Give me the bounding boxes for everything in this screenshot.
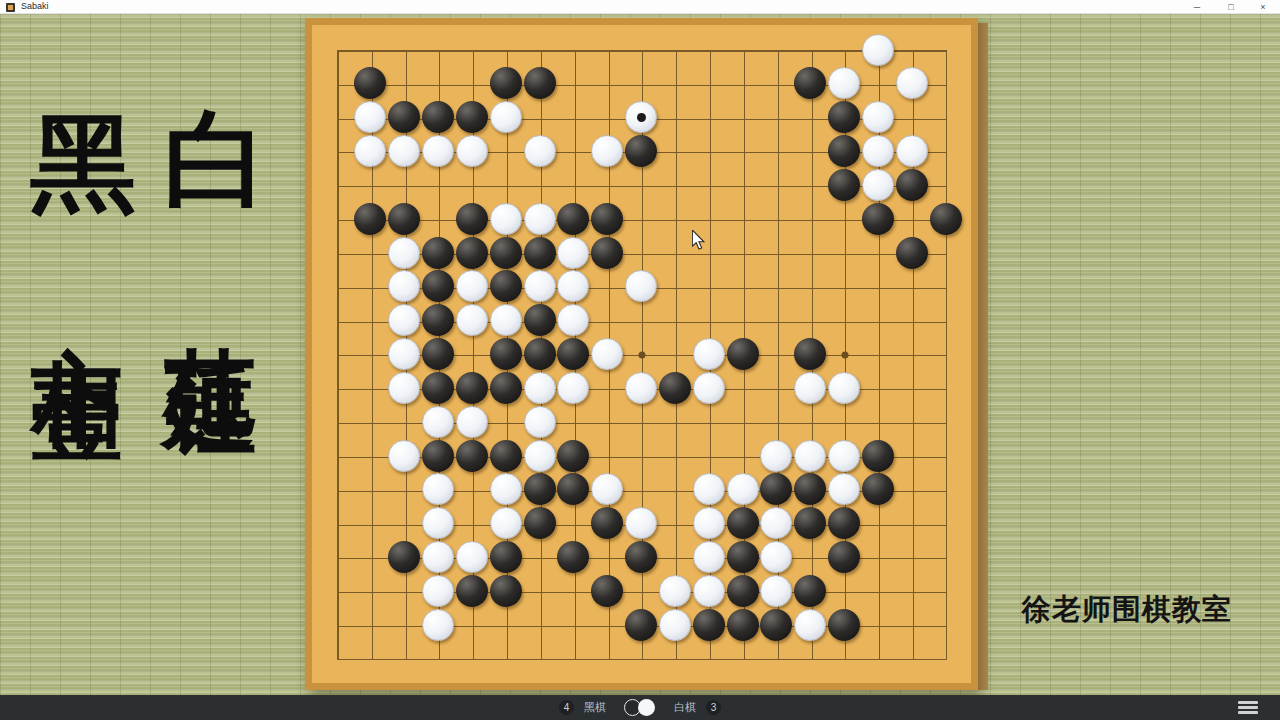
board-cell[interactable] <box>387 439 421 473</box>
board-cell[interactable] <box>624 540 658 574</box>
board-cell[interactable] <box>590 33 624 67</box>
board-cell[interactable] <box>692 337 726 371</box>
board-cell[interactable] <box>692 168 726 202</box>
board-cell[interactable] <box>726 506 760 540</box>
board-cell[interactable] <box>759 506 793 540</box>
board-cell[interactable] <box>489 405 523 439</box>
board-cell[interactable] <box>421 168 455 202</box>
board-cell[interactable] <box>827 472 861 506</box>
board-cell[interactable] <box>861 642 895 676</box>
board-cell[interactable] <box>590 642 624 676</box>
board-cell[interactable] <box>455 608 489 642</box>
board-cell[interactable] <box>523 269 557 303</box>
board-cell[interactable] <box>624 303 658 337</box>
board-cell[interactable] <box>895 574 929 608</box>
board-cell[interactable] <box>421 405 455 439</box>
board-cell[interactable] <box>759 100 793 134</box>
board-cell[interactable] <box>523 33 557 67</box>
board-cell[interactable] <box>759 540 793 574</box>
board-cell[interactable] <box>895 337 929 371</box>
board-cell[interactable] <box>929 371 963 405</box>
board-cell[interactable] <box>793 269 827 303</box>
board-cell[interactable] <box>421 134 455 168</box>
board-cell[interactable] <box>489 100 523 134</box>
board-cell[interactable] <box>658 608 692 642</box>
board-cell[interactable] <box>523 439 557 473</box>
board-cell[interactable] <box>455 134 489 168</box>
board-cell[interactable] <box>759 269 793 303</box>
board-cell[interactable] <box>692 439 726 473</box>
board-cell[interactable] <box>590 472 624 506</box>
board-cell[interactable] <box>421 303 455 337</box>
board-cell[interactable] <box>692 67 726 101</box>
board-cell[interactable] <box>387 337 421 371</box>
board-cell[interactable] <box>387 506 421 540</box>
board-cell[interactable] <box>624 371 658 405</box>
board-cell[interactable] <box>658 134 692 168</box>
board-cell[interactable] <box>624 269 658 303</box>
board-cell[interactable] <box>726 439 760 473</box>
board-cell[interactable] <box>861 405 895 439</box>
board-cell[interactable] <box>692 371 726 405</box>
board-cell[interactable] <box>455 371 489 405</box>
board-cell[interactable] <box>523 574 557 608</box>
board-cell[interactable] <box>455 405 489 439</box>
board-cell[interactable] <box>827 269 861 303</box>
board-cell[interactable] <box>895 168 929 202</box>
board-cell[interactable] <box>523 100 557 134</box>
board-cell[interactable] <box>861 33 895 67</box>
board-cell[interactable] <box>759 472 793 506</box>
board-cell[interactable] <box>929 337 963 371</box>
board-cell[interactable] <box>354 67 388 101</box>
board-cell[interactable] <box>320 337 354 371</box>
board-cell[interactable] <box>827 236 861 270</box>
board-cell[interactable] <box>827 100 861 134</box>
board-cell[interactable] <box>523 540 557 574</box>
board-cell[interactable] <box>489 236 523 270</box>
board-cell[interactable] <box>895 134 929 168</box>
board-cell[interactable] <box>929 100 963 134</box>
board-cell[interactable] <box>320 202 354 236</box>
board-cell[interactable] <box>421 100 455 134</box>
board-cell[interactable] <box>523 67 557 101</box>
board-cell[interactable] <box>827 337 861 371</box>
board-cell[interactable] <box>590 540 624 574</box>
board-cell[interactable] <box>320 574 354 608</box>
board-cell[interactable] <box>861 269 895 303</box>
board-cell[interactable] <box>624 472 658 506</box>
board-cell[interactable] <box>658 506 692 540</box>
board-cell[interactable] <box>354 236 388 270</box>
board-cell[interactable] <box>387 405 421 439</box>
board-cell[interactable] <box>556 405 590 439</box>
board-cell[interactable] <box>793 371 827 405</box>
board-cell[interactable] <box>421 371 455 405</box>
board-cell[interactable] <box>861 506 895 540</box>
board-cell[interactable] <box>658 100 692 134</box>
board-cell[interactable] <box>658 202 692 236</box>
board-cell[interactable] <box>658 574 692 608</box>
board-cell[interactable] <box>929 269 963 303</box>
board-cell[interactable] <box>726 337 760 371</box>
board-cell[interactable] <box>827 608 861 642</box>
board-cell[interactable] <box>759 642 793 676</box>
board-cell[interactable] <box>421 608 455 642</box>
board-cell[interactable] <box>556 100 590 134</box>
board-cell[interactable] <box>624 67 658 101</box>
board-cell[interactable] <box>692 472 726 506</box>
board-cell[interactable] <box>590 168 624 202</box>
board-cell[interactable] <box>895 33 929 67</box>
board-cell[interactable] <box>895 269 929 303</box>
board-cell[interactable] <box>624 337 658 371</box>
board-cell[interactable] <box>387 608 421 642</box>
board-cell[interactable] <box>861 303 895 337</box>
board-cell[interactable] <box>421 33 455 67</box>
minimize-button[interactable]: ─ <box>1186 0 1208 14</box>
board-cell[interactable] <box>320 67 354 101</box>
board-cell[interactable] <box>590 67 624 101</box>
board-cell[interactable] <box>929 608 963 642</box>
board-cell[interactable] <box>793 202 827 236</box>
board-cell[interactable] <box>320 168 354 202</box>
board-cell[interactable] <box>354 337 388 371</box>
board-cell[interactable] <box>354 168 388 202</box>
board-cell[interactable] <box>726 540 760 574</box>
board-cell[interactable] <box>590 236 624 270</box>
board-cell[interactable] <box>895 472 929 506</box>
board-cell[interactable] <box>861 574 895 608</box>
board-cell[interactable] <box>726 168 760 202</box>
board-cell[interactable] <box>929 134 963 168</box>
board-cell[interactable] <box>421 642 455 676</box>
board-cell[interactable] <box>489 371 523 405</box>
board-cell[interactable] <box>759 168 793 202</box>
board-cell[interactable] <box>793 337 827 371</box>
board-cell[interactable] <box>590 405 624 439</box>
board-cell[interactable] <box>421 67 455 101</box>
board-cell[interactable] <box>556 574 590 608</box>
board-cell[interactable] <box>387 303 421 337</box>
board-cell[interactable] <box>590 574 624 608</box>
board-cell[interactable] <box>387 202 421 236</box>
board-cell[interactable] <box>455 100 489 134</box>
board-cell[interactable] <box>624 33 658 67</box>
board-cell[interactable] <box>354 472 388 506</box>
board-cell[interactable] <box>590 303 624 337</box>
board-cell[interactable] <box>929 33 963 67</box>
board-cell[interactable] <box>421 236 455 270</box>
turn-toggle[interactable] <box>624 699 656 716</box>
board-cell[interactable] <box>692 100 726 134</box>
board-cell[interactable] <box>523 371 557 405</box>
board-cell[interactable] <box>929 472 963 506</box>
board-cell[interactable] <box>827 134 861 168</box>
board-cell[interactable] <box>590 371 624 405</box>
board-cell[interactable] <box>455 574 489 608</box>
board-cell[interactable] <box>658 439 692 473</box>
board-cell[interactable] <box>929 202 963 236</box>
board-cell[interactable] <box>455 540 489 574</box>
board-cell[interactable] <box>489 574 523 608</box>
board-cell[interactable] <box>624 506 658 540</box>
board-cell[interactable] <box>895 303 929 337</box>
board-cell[interactable] <box>624 100 658 134</box>
board-cell[interactable] <box>827 506 861 540</box>
board-cell[interactable] <box>692 269 726 303</box>
board-cell[interactable] <box>929 540 963 574</box>
board-cell[interactable] <box>455 472 489 506</box>
board-cell[interactable] <box>658 540 692 574</box>
board-cell[interactable] <box>929 67 963 101</box>
board-cell[interactable] <box>421 540 455 574</box>
board-cell[interactable] <box>489 439 523 473</box>
board-cell[interactable] <box>387 574 421 608</box>
board-cell[interactable] <box>726 100 760 134</box>
board-cell[interactable] <box>726 33 760 67</box>
board-cell[interactable] <box>489 33 523 67</box>
board-cell[interactable] <box>726 371 760 405</box>
board-cell[interactable] <box>827 439 861 473</box>
board-cell[interactable] <box>692 608 726 642</box>
board-cell[interactable] <box>624 608 658 642</box>
board-cell[interactable] <box>523 405 557 439</box>
board-cell[interactable] <box>658 405 692 439</box>
board-cell[interactable] <box>726 303 760 337</box>
board-cell[interactable] <box>861 472 895 506</box>
board-cell[interactable] <box>658 67 692 101</box>
board-cell[interactable] <box>929 439 963 473</box>
board-cell[interactable] <box>658 269 692 303</box>
close-button[interactable]: × <box>1252 0 1274 14</box>
board-cell[interactable] <box>489 269 523 303</box>
board-cell[interactable] <box>895 236 929 270</box>
board-cell[interactable] <box>387 33 421 67</box>
board-cell[interactable] <box>827 405 861 439</box>
board-cell[interactable] <box>895 506 929 540</box>
board-cell[interactable] <box>726 608 760 642</box>
board-cell[interactable] <box>692 540 726 574</box>
board-cell[interactable] <box>759 337 793 371</box>
board-cell[interactable] <box>759 405 793 439</box>
board-cell[interactable] <box>556 67 590 101</box>
board-cell[interactable] <box>556 439 590 473</box>
board-cell[interactable] <box>590 439 624 473</box>
board-cell[interactable] <box>759 439 793 473</box>
board-cell[interactable] <box>320 100 354 134</box>
board-cell[interactable] <box>726 269 760 303</box>
board-cell[interactable] <box>523 303 557 337</box>
go-board[interactable] <box>305 18 978 690</box>
board-cell[interactable] <box>692 134 726 168</box>
board-cell[interactable] <box>590 100 624 134</box>
board-cell[interactable] <box>320 439 354 473</box>
board-cell[interactable] <box>861 371 895 405</box>
board-cell[interactable] <box>861 439 895 473</box>
board-cell[interactable] <box>793 134 827 168</box>
board-cell[interactable] <box>320 269 354 303</box>
board-cell[interactable] <box>387 540 421 574</box>
board-cell[interactable] <box>489 472 523 506</box>
board-cell[interactable] <box>455 337 489 371</box>
board-cell[interactable] <box>354 134 388 168</box>
board-cell[interactable] <box>421 337 455 371</box>
maximize-button[interactable]: □ <box>1220 0 1242 14</box>
board-cell[interactable] <box>658 303 692 337</box>
board-cell[interactable] <box>320 33 354 67</box>
board-cell[interactable] <box>861 540 895 574</box>
board-cell[interactable] <box>793 540 827 574</box>
board-cell[interactable] <box>320 540 354 574</box>
board-cell[interactable] <box>759 574 793 608</box>
board-cell[interactable] <box>523 337 557 371</box>
board-cell[interactable] <box>861 236 895 270</box>
board-cell[interactable] <box>827 33 861 67</box>
board-cell[interactable] <box>861 608 895 642</box>
board-cell[interactable] <box>354 574 388 608</box>
board-cell[interactable] <box>793 67 827 101</box>
board-cell[interactable] <box>523 642 557 676</box>
board-cell[interactable] <box>455 236 489 270</box>
board-cell[interactable] <box>929 642 963 676</box>
board-cell[interactable] <box>827 574 861 608</box>
board-cell[interactable] <box>827 303 861 337</box>
board-cell[interactable] <box>320 506 354 540</box>
board-cell[interactable] <box>827 202 861 236</box>
board-cell[interactable] <box>793 608 827 642</box>
board-cell[interactable] <box>658 371 692 405</box>
board-cell[interactable] <box>387 100 421 134</box>
board-cell[interactable] <box>624 236 658 270</box>
board-cell[interactable] <box>556 371 590 405</box>
board-cell[interactable] <box>556 202 590 236</box>
board-cell[interactable] <box>556 269 590 303</box>
board-cell[interactable] <box>658 236 692 270</box>
board-cell[interactable] <box>354 371 388 405</box>
board-cell[interactable] <box>523 202 557 236</box>
board-cell[interactable] <box>692 303 726 337</box>
board-cell[interactable] <box>624 642 658 676</box>
board-cell[interactable] <box>726 472 760 506</box>
board-cell[interactable] <box>556 236 590 270</box>
board-cell[interactable] <box>489 168 523 202</box>
board-cell[interactable] <box>929 168 963 202</box>
board-cell[interactable] <box>895 67 929 101</box>
board-cell[interactable] <box>590 337 624 371</box>
board-cell[interactable] <box>320 134 354 168</box>
board-cell[interactable] <box>455 202 489 236</box>
board-cell[interactable] <box>523 608 557 642</box>
board-cell[interactable] <box>692 405 726 439</box>
board-cell[interactable] <box>421 506 455 540</box>
board-cell[interactable] <box>726 574 760 608</box>
board-cell[interactable] <box>489 337 523 371</box>
board-cell[interactable] <box>320 642 354 676</box>
board-cell[interactable] <box>658 472 692 506</box>
board-cell[interactable] <box>421 202 455 236</box>
board-cell[interactable] <box>929 574 963 608</box>
board-cell[interactable] <box>387 134 421 168</box>
board-cell[interactable] <box>387 472 421 506</box>
board-cell[interactable] <box>726 236 760 270</box>
board-cell[interactable] <box>556 33 590 67</box>
board-cell[interactable] <box>556 303 590 337</box>
board-cell[interactable] <box>793 574 827 608</box>
board-cell[interactable] <box>590 134 624 168</box>
board-cell[interactable] <box>455 33 489 67</box>
board-cell[interactable] <box>726 642 760 676</box>
board-cell[interactable] <box>624 405 658 439</box>
board-cell[interactable] <box>692 574 726 608</box>
board-cell[interactable] <box>793 642 827 676</box>
board-cell[interactable] <box>354 540 388 574</box>
board-cell[interactable] <box>489 506 523 540</box>
board-cell[interactable] <box>354 642 388 676</box>
board-cell[interactable] <box>354 33 388 67</box>
board-cell[interactable] <box>523 168 557 202</box>
board-cell[interactable] <box>793 506 827 540</box>
board-cell[interactable] <box>624 202 658 236</box>
board-cell[interactable] <box>556 337 590 371</box>
board-cell[interactable] <box>895 439 929 473</box>
board-cell[interactable] <box>726 202 760 236</box>
board-cell[interactable] <box>861 134 895 168</box>
board-cell[interactable] <box>692 33 726 67</box>
board-cell[interactable] <box>489 642 523 676</box>
board-cell[interactable] <box>354 100 388 134</box>
board-cell[interactable] <box>523 134 557 168</box>
board-cell[interactable] <box>726 67 760 101</box>
board-cell[interactable] <box>658 33 692 67</box>
board-cell[interactable] <box>387 236 421 270</box>
board-cell[interactable] <box>692 642 726 676</box>
board-cell[interactable] <box>793 303 827 337</box>
board-cell[interactable] <box>387 371 421 405</box>
board-cell[interactable] <box>861 100 895 134</box>
board-cell[interactable] <box>320 472 354 506</box>
board-cell[interactable] <box>861 202 895 236</box>
board-cell[interactable] <box>759 134 793 168</box>
board-cell[interactable] <box>320 608 354 642</box>
board-cell[interactable] <box>320 405 354 439</box>
board-cell[interactable] <box>793 236 827 270</box>
board-cell[interactable] <box>354 303 388 337</box>
board-cell[interactable] <box>895 202 929 236</box>
board-cell[interactable] <box>489 202 523 236</box>
board-cell[interactable] <box>556 168 590 202</box>
board-cell[interactable] <box>929 236 963 270</box>
board-cell[interactable] <box>929 405 963 439</box>
board-cell[interactable] <box>556 506 590 540</box>
board-cell[interactable] <box>387 168 421 202</box>
board-cell[interactable] <box>759 303 793 337</box>
board-cell[interactable] <box>759 371 793 405</box>
board-cell[interactable] <box>793 439 827 473</box>
board-cell[interactable] <box>624 574 658 608</box>
board-cell[interactable] <box>658 642 692 676</box>
board-cell[interactable] <box>827 540 861 574</box>
board-cell[interactable] <box>455 506 489 540</box>
board-cell[interactable] <box>861 168 895 202</box>
board-cell[interactable] <box>726 405 760 439</box>
board-cell[interactable] <box>523 472 557 506</box>
board-cell[interactable] <box>759 236 793 270</box>
board-cell[interactable] <box>590 608 624 642</box>
board-cell[interactable] <box>489 134 523 168</box>
board-cell[interactable] <box>455 303 489 337</box>
board-cell[interactable] <box>421 269 455 303</box>
